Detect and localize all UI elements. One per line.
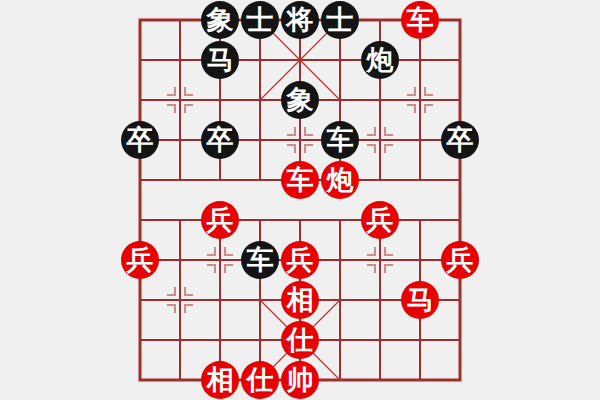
piece-red-advisor[interactable]: 仕 [281, 321, 319, 359]
piece-red-elephant[interactable]: 相 [201, 361, 239, 399]
piece-black-elephant[interactable]: 象 [201, 1, 239, 39]
piece-black-soldier[interactable]: 卒 [121, 121, 159, 159]
piece-black-chariot[interactable]: 车 [321, 121, 359, 159]
piece-black-soldier[interactable]: 卒 [201, 121, 239, 159]
piece-red-soldier[interactable]: 兵 [281, 241, 319, 279]
piece-black-advisor[interactable]: 士 [241, 1, 279, 39]
pieces-layer: 象士将士车马炮象卒卒车卒车炮兵兵兵车兵兵相马仕相仕帅 [0, 0, 600, 400]
piece-red-chariot[interactable]: 车 [281, 161, 319, 199]
piece-black-advisor[interactable]: 士 [321, 1, 359, 39]
piece-black-general[interactable]: 将 [281, 1, 319, 39]
piece-red-soldier[interactable]: 兵 [201, 201, 239, 239]
piece-red-chariot[interactable]: 车 [401, 1, 439, 39]
piece-black-cannon[interactable]: 炮 [361, 41, 399, 79]
piece-black-elephant[interactable]: 象 [281, 81, 319, 119]
xiangqi-board: 象士将士车马炮象卒卒车卒车炮兵兵兵车兵兵相马仕相仕帅 [0, 0, 600, 400]
piece-red-soldier[interactable]: 兵 [361, 201, 399, 239]
piece-red-cannon[interactable]: 炮 [321, 161, 359, 199]
piece-black-soldier[interactable]: 卒 [441, 121, 479, 159]
piece-red-horse[interactable]: 马 [401, 281, 439, 319]
piece-red-advisor[interactable]: 仕 [241, 361, 279, 399]
piece-red-general[interactable]: 帅 [281, 361, 319, 399]
piece-red-soldier[interactable]: 兵 [121, 241, 159, 279]
piece-red-soldier[interactable]: 兵 [441, 241, 479, 279]
piece-red-elephant[interactable]: 相 [281, 281, 319, 319]
piece-black-chariot[interactable]: 车 [241, 241, 279, 279]
piece-black-horse[interactable]: 马 [201, 41, 239, 79]
